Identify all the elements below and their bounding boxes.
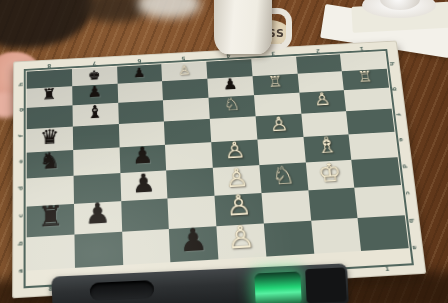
photo-stage: SS 87654321 87654321 hgfedcba hgfedcba ♚…: [0, 0, 448, 303]
white-knight-c3[interactable]: ♘: [271, 162, 296, 188]
white-pawn-c4[interactable]: ♙: [224, 164, 249, 190]
square-a6[interactable]: [122, 229, 171, 265]
square-c1[interactable]: [352, 157, 401, 187]
device-button-slot[interactable]: [90, 280, 155, 301]
square-b6[interactable]: [121, 198, 169, 231]
square-d1[interactable]: [349, 132, 398, 160]
square-g1[interactable]: ♖: [342, 69, 389, 90]
black-pawn-c6[interactable]: ♟: [132, 170, 156, 196]
black-pawn-h6[interactable]: ♟: [133, 66, 146, 79]
square-b3[interactable]: [261, 190, 310, 223]
background-cup-blur: [138, 0, 200, 18]
board-playing-area: ♚♟♙♜♟♟♖♖♝♘♙♛♙♞♟♙♗♟♙♘♔♜♟♙♟♙: [27, 52, 411, 285]
square-f5[interactable]: [163, 98, 210, 122]
white-mug: [214, 0, 272, 54]
square-e1[interactable]: [346, 109, 394, 135]
white-rook-g3[interactable]: ♖: [268, 75, 283, 91]
square-g6[interactable]: [117, 81, 163, 103]
black-bishop-f7[interactable]: ♝: [87, 103, 104, 121]
device-green-led: [254, 271, 301, 303]
black-knight-d8[interactable]: ♞: [39, 150, 60, 174]
square-g8[interactable]: ♜: [27, 86, 73, 108]
white-rook-g1[interactable]: ♖: [357, 70, 373, 86]
square-f2[interactable]: ♙: [299, 90, 346, 114]
background-object: [84, 0, 146, 22]
square-g5[interactable]: [162, 79, 208, 101]
black-king-h7[interactable]: ♚: [88, 68, 100, 81]
file-labels-left: hgfedcba: [15, 72, 24, 286]
black-queen-e8[interactable]: ♛: [40, 127, 59, 148]
black-pawn-d6[interactable]: ♟: [132, 144, 154, 168]
white-pawn-a4[interactable]: ♙: [226, 221, 256, 253]
dark-sleeve-shadow: [0, 0, 92, 48]
black-rook-b8[interactable]: ♜: [37, 202, 63, 232]
square-e5[interactable]: [164, 119, 211, 145]
white-pawn-e3[interactable]: ♙: [269, 114, 289, 135]
square-a5[interactable]: ♟: [169, 226, 218, 262]
square-b8[interactable]: ♜: [27, 204, 75, 237]
white-king-c2[interactable]: ♔: [317, 159, 343, 185]
white-pawn-f2[interactable]: ♙: [313, 91, 331, 109]
square-g3[interactable]: ♖: [252, 74, 299, 95]
square-d5[interactable]: [165, 142, 213, 170]
square-f7[interactable]: ♝: [72, 103, 118, 127]
square-d7[interactable]: [73, 147, 120, 175]
square-a2[interactable]: [311, 218, 362, 254]
square-c6[interactable]: ♟: [120, 170, 168, 201]
square-e3[interactable]: ♙: [255, 114, 303, 140]
square-f4[interactable]: ♘: [208, 95, 255, 119]
square-f6[interactable]: [118, 100, 164, 124]
black-rook-g8[interactable]: ♜: [42, 87, 56, 103]
chess-board: 87654321 87654321 hgfedcba hgfedcba ♚♟♙♜…: [12, 41, 426, 299]
square-a1[interactable]: [358, 215, 409, 251]
board-grid: ♚♟♙♜♟♟♖♖♝♘♙♛♙♞♟♙♗♟♙♘♔♜♟♙♟♙: [27, 52, 411, 285]
square-c5[interactable]: [166, 168, 214, 199]
white-pawn-d4[interactable]: ♙: [224, 139, 246, 162]
black-pawn-g7[interactable]: ♟: [87, 85, 102, 101]
square-b7[interactable]: ♟: [74, 201, 122, 234]
square-d8[interactable]: ♞: [27, 150, 74, 178]
white-pawn-h5[interactable]: ♙: [178, 63, 191, 76]
square-c2[interactable]: ♔: [305, 160, 354, 191]
square-b1[interactable]: [355, 185, 405, 218]
device-end-cap: [305, 267, 347, 303]
square-a4[interactable]: ♙: [216, 223, 266, 259]
square-e7[interactable]: [73, 124, 120, 150]
white-knight-f4[interactable]: ♘: [223, 96, 241, 114]
square-f1[interactable]: [344, 88, 392, 112]
white-bishop-d2[interactable]: ♗: [315, 134, 338, 157]
black-pawn-a5[interactable]: ♟: [179, 224, 209, 257]
square-c3[interactable]: ♘: [259, 162, 308, 193]
white-pawn-b4[interactable]: ♙: [225, 192, 252, 221]
square-b2[interactable]: [308, 188, 358, 221]
black-pawn-b7[interactable]: ♟: [84, 200, 110, 229]
square-a8[interactable]: [27, 235, 75, 271]
square-a7[interactable]: [74, 232, 122, 268]
black-pawn-g4[interactable]: ♟: [223, 77, 238, 93]
square-a3[interactable]: [264, 221, 314, 257]
